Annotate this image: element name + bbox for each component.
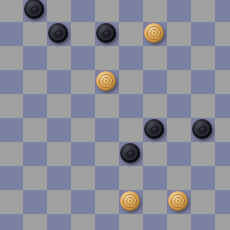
board-square	[167, 70, 191, 94]
board-square[interactable]	[23, 0, 47, 22]
board-square	[47, 46, 71, 70]
board-square	[191, 46, 215, 70]
board-square	[167, 22, 191, 46]
board-square	[119, 118, 143, 142]
white-man-piece[interactable]	[168, 191, 188, 211]
board-square[interactable]	[143, 166, 167, 190]
board-square	[0, 0, 23, 22]
piece-ring-engraving	[105, 80, 107, 82]
board-square	[119, 22, 143, 46]
board-square[interactable]	[23, 190, 47, 214]
board-square[interactable]	[95, 118, 119, 142]
board-square	[71, 166, 95, 190]
white-man-piece[interactable]	[96, 71, 116, 91]
board-square[interactable]	[191, 70, 215, 94]
board-square[interactable]	[23, 94, 47, 118]
board-square[interactable]	[143, 22, 167, 46]
board-square	[215, 22, 230, 46]
white-man-piece[interactable]	[144, 23, 164, 43]
board-square[interactable]	[71, 0, 95, 22]
piece-ring-engraving	[177, 200, 179, 202]
board-square[interactable]	[167, 0, 191, 22]
board-square	[47, 142, 71, 166]
board-square[interactable]	[0, 214, 23, 230]
board-square[interactable]	[143, 70, 167, 94]
black-man-piece[interactable]	[24, 0, 44, 19]
board-square[interactable]	[167, 190, 191, 214]
board-square	[23, 70, 47, 94]
piece-ring-engraving	[153, 32, 155, 34]
board-square	[215, 214, 230, 230]
board-square[interactable]	[191, 118, 215, 142]
board-square[interactable]	[167, 46, 191, 70]
board-square[interactable]	[0, 118, 23, 142]
board-square	[71, 214, 95, 230]
board-square	[0, 190, 23, 214]
board-square	[95, 142, 119, 166]
board-square[interactable]	[71, 190, 95, 214]
board-square	[191, 94, 215, 118]
board-square[interactable]	[119, 142, 143, 166]
piece-ring-engraving	[153, 128, 155, 130]
board-square[interactable]	[71, 94, 95, 118]
board-square[interactable]	[143, 118, 167, 142]
board-square	[71, 22, 95, 46]
board-square	[191, 142, 215, 166]
board-square	[143, 0, 167, 22]
board-square[interactable]	[215, 190, 230, 214]
black-man-piece[interactable]	[48, 23, 68, 43]
board-square[interactable]	[95, 70, 119, 94]
board-square	[143, 94, 167, 118]
board-square	[143, 190, 167, 214]
game-viewport	[0, 0, 230, 230]
board-square[interactable]	[167, 94, 191, 118]
board-square[interactable]	[167, 142, 191, 166]
board-square[interactable]	[47, 166, 71, 190]
board-square	[23, 118, 47, 142]
board-square[interactable]	[47, 22, 71, 46]
piece-ring-engraving	[129, 152, 131, 154]
board-square	[215, 118, 230, 142]
board-square[interactable]	[215, 46, 230, 70]
board-square	[47, 190, 71, 214]
piece-ring-engraving	[57, 32, 59, 34]
board-square	[215, 70, 230, 94]
board-square	[95, 94, 119, 118]
board-square[interactable]	[23, 46, 47, 70]
black-man-piece[interactable]	[192, 119, 212, 139]
board-square[interactable]	[119, 94, 143, 118]
board-square	[71, 70, 95, 94]
board-square	[191, 0, 215, 22]
board-square	[71, 118, 95, 142]
board-square	[191, 190, 215, 214]
board-square[interactable]	[215, 94, 230, 118]
board-square	[119, 70, 143, 94]
board-square[interactable]	[143, 214, 167, 230]
black-man-piece[interactable]	[96, 23, 116, 43]
board-square[interactable]	[191, 214, 215, 230]
board-square	[143, 46, 167, 70]
black-man-piece[interactable]	[120, 143, 140, 163]
board-square[interactable]	[71, 46, 95, 70]
board-square[interactable]	[95, 22, 119, 46]
board-square[interactable]	[0, 166, 23, 190]
white-man-piece[interactable]	[120, 191, 140, 211]
board-square[interactable]	[47, 214, 71, 230]
board-square	[47, 0, 71, 22]
board-square	[23, 166, 47, 190]
board-square[interactable]	[215, 0, 230, 22]
board-square[interactable]	[47, 118, 71, 142]
piece-ring-engraving	[201, 128, 203, 130]
board-square	[119, 214, 143, 230]
board-square	[143, 142, 167, 166]
board-square	[0, 142, 23, 166]
piece-ring-engraving	[105, 32, 107, 34]
board-square	[167, 166, 191, 190]
board-square	[0, 46, 23, 70]
black-man-piece[interactable]	[144, 119, 164, 139]
board-square	[23, 22, 47, 46]
board-square[interactable]	[95, 214, 119, 230]
board-square[interactable]	[119, 46, 143, 70]
board-square[interactable]	[191, 22, 215, 46]
board-square[interactable]	[71, 142, 95, 166]
board-square[interactable]	[191, 166, 215, 190]
board-square	[95, 0, 119, 22]
board-square[interactable]	[95, 166, 119, 190]
board-square[interactable]	[0, 22, 23, 46]
board-square[interactable]	[119, 190, 143, 214]
board-square	[95, 46, 119, 70]
piece-ring-engraving	[129, 200, 131, 202]
board-square[interactable]	[23, 142, 47, 166]
board-square	[47, 94, 71, 118]
board-square	[167, 118, 191, 142]
checkers-board	[0, 0, 230, 230]
board-square	[0, 94, 23, 118]
board-square	[95, 190, 119, 214]
board-square[interactable]	[0, 70, 23, 94]
board-square[interactable]	[215, 142, 230, 166]
board-square[interactable]	[119, 0, 143, 22]
piece-ring-engraving	[33, 8, 35, 10]
board-square	[23, 214, 47, 230]
board-square[interactable]	[47, 70, 71, 94]
board-square	[119, 166, 143, 190]
board-square	[167, 214, 191, 230]
board-square	[215, 166, 230, 190]
